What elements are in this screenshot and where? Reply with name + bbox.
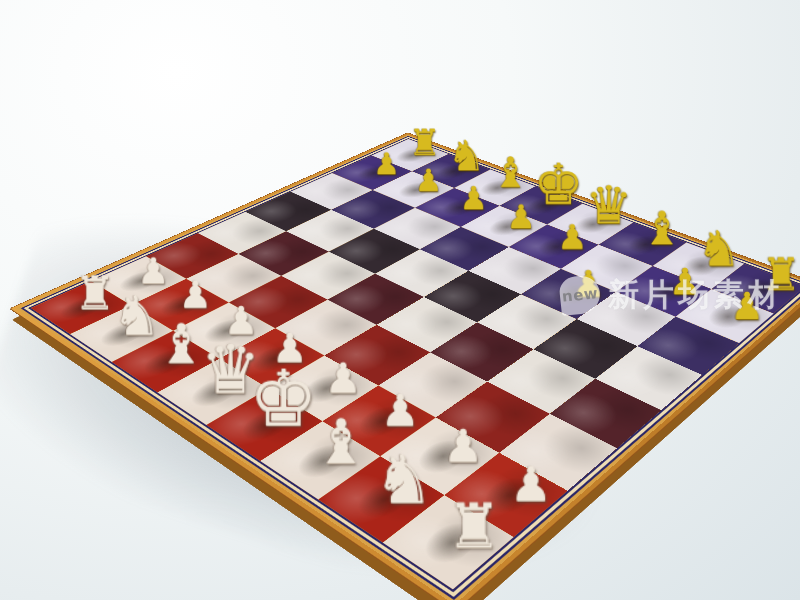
gold-pawn-h7[interactable]: ♟ (731, 289, 765, 325)
gold-pawn-f6[interactable]: ♟ (572, 267, 605, 301)
white-king-e1[interactable]: ♚ (249, 362, 318, 435)
gold-rook-a8[interactable]: ♜ (408, 126, 440, 160)
gold-pawn-c7[interactable]: ♟ (460, 183, 488, 213)
gold-knight-b8[interactable]: ♞ (448, 136, 486, 176)
white-bishop-f1[interactable]: ♝ (314, 414, 369, 472)
gold-pawn-b7[interactable]: ♟ (415, 166, 443, 195)
white-pawn-a2[interactable]: ♟ (137, 255, 169, 289)
gold-pawn-a7[interactable]: ♟ (373, 150, 400, 178)
white-pawn-b2[interactable]: ♟ (179, 278, 212, 313)
white-rook-h1[interactable]: ♜ (446, 497, 502, 556)
gold-pawn-e7[interactable]: ♟ (557, 221, 587, 253)
white-bishop-c1[interactable]: ♝ (158, 319, 207, 371)
gold-knight-g8[interactable]: ♞ (697, 226, 741, 273)
gold-pawn-d7[interactable]: ♟ (507, 202, 536, 233)
white-pawn-f2[interactable]: ♟ (381, 391, 420, 432)
gold-king-d8[interactable]: ♚ (533, 158, 583, 211)
white-pawn-e2[interactable]: ♟ (324, 359, 361, 398)
gold-rook-h8[interactable]: ♜ (760, 254, 800, 297)
gold-bishop-f8[interactable]: ♝ (642, 208, 683, 251)
gold-bishop-c8[interactable]: ♝ (492, 154, 529, 194)
white-knight-g1[interactable]: ♞ (375, 449, 435, 513)
gold-pawn-g7[interactable]: ♟ (669, 265, 701, 299)
white-pawn-g2[interactable]: ♟ (443, 425, 483, 468)
stock-image-canvas: ♜♟♟♜♞♟♟♞♝♟♟♝♛♟♟♚♚♟♟♛♝♟♟♝♞♟♟♞♜♟♟♜ new 新片场… (0, 0, 800, 600)
white-knight-b1[interactable]: ♞ (113, 291, 162, 343)
square-g7[interactable]: ♟ (616, 266, 711, 316)
gold-queen-e8[interactable]: ♛ (585, 181, 632, 231)
white-pawn-h2[interactable]: ♟ (510, 463, 552, 508)
white-rook-a1[interactable]: ♜ (74, 272, 115, 316)
